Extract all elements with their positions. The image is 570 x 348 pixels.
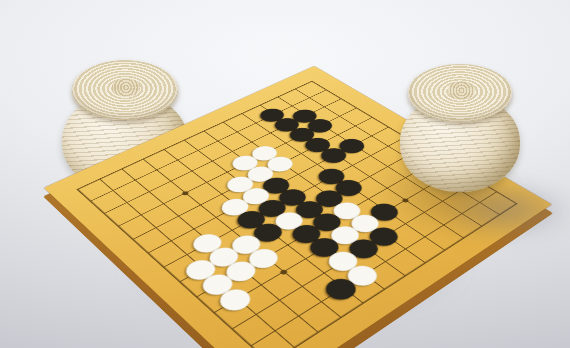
intersection-r11c11 bbox=[259, 285, 301, 315]
intersection-r10c7 bbox=[213, 218, 251, 243]
intersection-r11c6 bbox=[175, 216, 213, 241]
intersection-r9c10 bbox=[286, 245, 326, 272]
intersection-r12c10: ● bbox=[217, 284, 259, 313]
intersection-r10c6 bbox=[197, 205, 235, 229]
intersection-r12c11 bbox=[235, 299, 277, 330]
intersection-r8c11: ● bbox=[326, 246, 366, 273]
right-bowl-lid bbox=[408, 64, 512, 122]
intersection-r13c11 bbox=[211, 313, 254, 345]
white-stone: ● bbox=[190, 228, 231, 256]
intersection-r13c7 bbox=[144, 253, 184, 280]
intersection-r11c8: ● bbox=[207, 242, 246, 269]
intersection-r8c12: ● bbox=[345, 260, 386, 288]
intersection-r11c5 bbox=[160, 204, 197, 228]
intersection-r5c12 bbox=[405, 224, 444, 249]
intersection-r9c12: ● bbox=[323, 273, 364, 302]
intersection-r6c11: ● bbox=[367, 223, 406, 248]
intersection-r8c8: ● bbox=[273, 208, 311, 232]
intersection-r7c9: ● bbox=[310, 209, 348, 233]
intersection-r11c13 bbox=[297, 316, 340, 348]
intersection-r9c8: ● bbox=[251, 219, 289, 244]
intersection-r10c11 bbox=[282, 272, 323, 301]
intersection-r13c8 bbox=[159, 267, 200, 295]
intersection-r8c13 bbox=[364, 275, 405, 304]
intersection-r13c4 bbox=[99, 214, 137, 239]
intersection-r11c7: ● bbox=[191, 229, 230, 255]
intersection-r7c12 bbox=[365, 248, 405, 275]
intersection-r12c13 bbox=[273, 331, 317, 348]
intersection-r11c12 bbox=[277, 300, 320, 331]
intersection-r9c7: ● bbox=[235, 206, 273, 230]
intersection-r6c10: ● bbox=[348, 210, 386, 234]
intersection-r9c9 bbox=[268, 232, 307, 258]
intersection-r5c10: ● bbox=[368, 199, 406, 223]
intersection-r8c9: ● bbox=[290, 220, 328, 245]
white-stone: ● bbox=[271, 207, 311, 233]
intersection-r5c13 bbox=[425, 237, 465, 263]
intersection-r12c4 bbox=[123, 203, 160, 227]
white-stone: ● bbox=[324, 246, 367, 275]
black-stone: ● bbox=[309, 208, 349, 234]
intersection-r12c7 bbox=[168, 241, 207, 267]
white-stone: ● bbox=[329, 197, 369, 222]
intersection-r10c12 bbox=[301, 287, 343, 317]
intersection-r9c11 bbox=[304, 259, 344, 287]
intersection-r8c7: ● bbox=[256, 195, 293, 218]
intersection-r12c5 bbox=[137, 215, 175, 240]
white-stone: ● bbox=[222, 255, 265, 285]
black-stone: ● bbox=[250, 218, 291, 245]
intersection-r11c10 bbox=[241, 270, 282, 298]
intersection-r12c9: ● bbox=[200, 269, 241, 297]
intersection-r8c10: ● bbox=[307, 233, 346, 259]
intersection-r10c10 bbox=[264, 258, 304, 286]
intersection-r13c10 bbox=[193, 297, 235, 327]
intersection-r4c11 bbox=[405, 200, 443, 224]
intersection-r13c9 bbox=[176, 282, 217, 311]
intersection-r3c12 bbox=[443, 201, 481, 225]
white-stone: ● bbox=[199, 268, 242, 298]
black-stone: ● bbox=[292, 196, 332, 221]
intersection-r9c13 bbox=[342, 288, 384, 318]
intersection-r5c11 bbox=[386, 211, 424, 235]
intersection-r7c8: ● bbox=[293, 197, 330, 220]
intersection-r13c6 bbox=[128, 240, 167, 266]
intersection-r10c9: ● bbox=[246, 244, 286, 271]
black-stone: ● bbox=[306, 232, 348, 260]
black-stone: ● bbox=[255, 195, 294, 220]
hoshi-point bbox=[279, 268, 289, 275]
intersection-r2c13 bbox=[481, 203, 519, 227]
black-stone: ● bbox=[345, 233, 387, 261]
white-stone: ● bbox=[228, 230, 269, 258]
intersection-r13c3 bbox=[86, 201, 123, 225]
intersection-r6c13 bbox=[406, 249, 446, 276]
white-stone: ● bbox=[347, 209, 388, 235]
black-stone: ● bbox=[322, 272, 366, 303]
white-stone: ● bbox=[182, 254, 224, 283]
intersection-r11c9: ● bbox=[224, 256, 264, 283]
go-photo-scene: ●●●●●●●●●●●●●●●●●●●●●●●●●●●●●●●●●●●●●●●●… bbox=[0, 0, 570, 348]
hoshi-point bbox=[401, 197, 410, 203]
intersection-r4c13 bbox=[444, 225, 483, 250]
intersection-r4c12 bbox=[425, 212, 463, 237]
right-bowl-lid-spiral-icon bbox=[448, 81, 475, 100]
intersection-r10c13 bbox=[320, 302, 363, 333]
intersection-r13c5 bbox=[114, 227, 152, 252]
intersection-r6c9: ● bbox=[331, 198, 368, 222]
intersection-r12c8: ● bbox=[184, 255, 224, 282]
intersection-r7c10: ● bbox=[328, 221, 367, 246]
intersection-r7c11: ● bbox=[347, 234, 386, 260]
white-stone: ● bbox=[327, 220, 368, 247]
intersection-r10c5 bbox=[182, 193, 219, 216]
white-stone: ● bbox=[343, 259, 386, 289]
intersection-r13c12 bbox=[229, 329, 273, 348]
intersection-r9c6: ● bbox=[219, 194, 256, 217]
intersection-r12c12 bbox=[254, 315, 297, 347]
right-stone-bowl bbox=[400, 64, 520, 192]
black-stone: ● bbox=[288, 219, 329, 246]
intersection-r12c6 bbox=[152, 228, 191, 254]
black-stone: ● bbox=[367, 198, 407, 223]
white-stone: ● bbox=[206, 241, 248, 269]
intersection-r7c13 bbox=[385, 262, 426, 290]
white-stone: ● bbox=[216, 283, 260, 315]
black-stone: ● bbox=[234, 205, 274, 231]
intersection-r3c13 bbox=[463, 214, 501, 239]
intersection-r6c12 bbox=[386, 236, 425, 262]
black-stone: ● bbox=[365, 222, 406, 249]
white-stone: ● bbox=[218, 193, 257, 218]
white-stone: ● bbox=[245, 243, 287, 272]
intersection-r10c8: ● bbox=[229, 230, 268, 256]
